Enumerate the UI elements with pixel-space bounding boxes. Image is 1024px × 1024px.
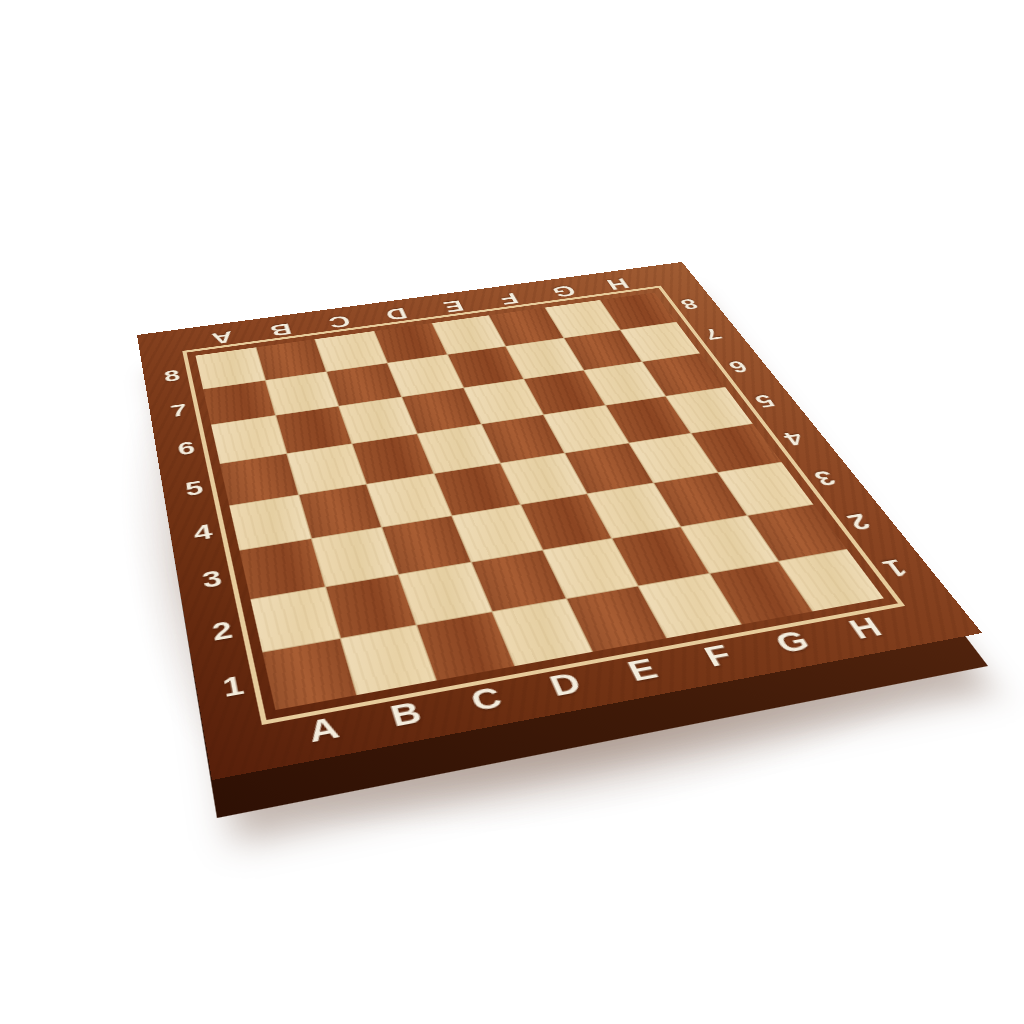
rank-label-right-3: 3 <box>810 467 841 489</box>
rank-label-left-2: 2 <box>210 617 235 645</box>
file-label-bottom-e: E <box>623 654 662 687</box>
file-label-top-f: F <box>497 291 522 307</box>
file-label-bottom-a: A <box>305 712 342 748</box>
rank-label-right-4: 4 <box>779 428 808 448</box>
rank-label-right-7: 7 <box>700 326 725 342</box>
file-label-top-a: A <box>210 329 235 347</box>
file-label-bottom-h: H <box>843 613 887 644</box>
rank-label-left-8: 8 <box>163 367 182 385</box>
rank-label-right-1: 1 <box>878 555 913 580</box>
rank-label-left-4: 4 <box>192 521 214 545</box>
file-label-bottom-d: D <box>545 668 585 702</box>
rank-label-right-5: 5 <box>751 392 779 411</box>
square-a1[interactable] <box>263 639 356 710</box>
file-label-top-e: E <box>441 298 467 315</box>
rank-label-left-5: 5 <box>184 478 205 500</box>
rank-label-left-7: 7 <box>169 402 189 421</box>
rank-label-right-6: 6 <box>725 358 752 375</box>
board-grid <box>195 293 883 711</box>
file-label-top-h: H <box>604 276 633 292</box>
file-label-bottom-f: F <box>699 640 737 672</box>
rank-label-left-3: 3 <box>201 567 224 593</box>
rank-label-left-1: 1 <box>220 672 246 702</box>
file-label-top-d: D <box>384 305 411 322</box>
rank-label-right-2: 2 <box>842 510 875 533</box>
file-label-bottom-b: B <box>387 697 425 732</box>
file-label-top-b: B <box>269 321 295 339</box>
file-label-top-c: C <box>327 313 353 331</box>
file-label-top-g: G <box>549 283 579 300</box>
product-photo: ABCDEFGH ABCDEFGH 87654321 87654321 <box>0 0 1024 1024</box>
file-label-bottom-g: G <box>770 626 815 658</box>
rank-label-right-8: 8 <box>677 296 701 311</box>
rank-label-left-6: 6 <box>176 438 196 458</box>
file-label-bottom-c: C <box>467 682 506 716</box>
